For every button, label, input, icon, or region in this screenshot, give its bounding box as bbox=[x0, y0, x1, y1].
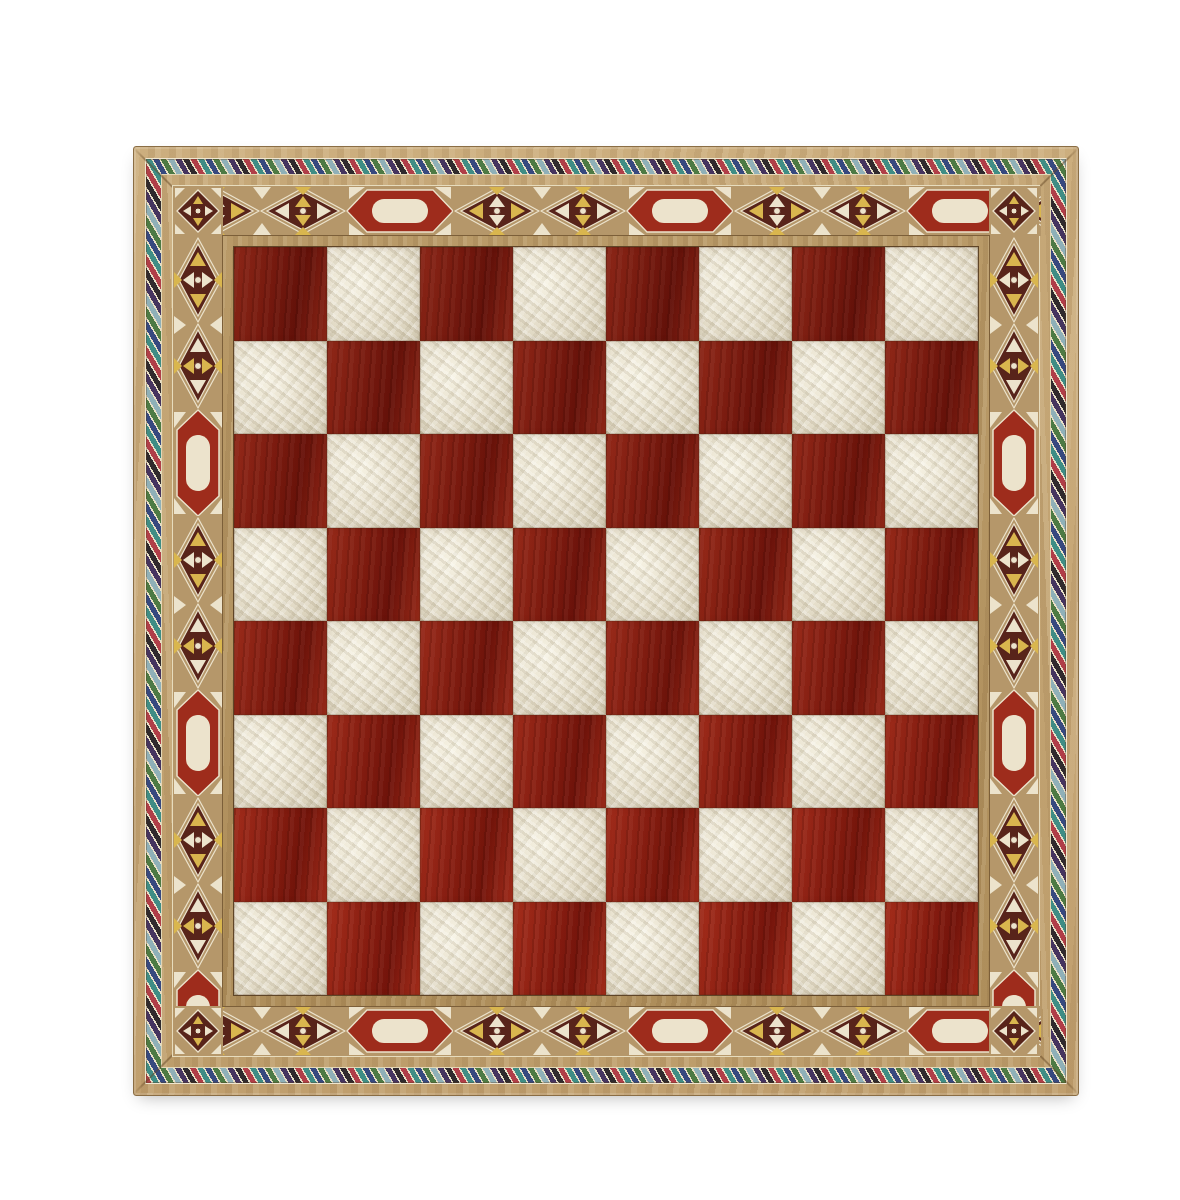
ornate-bottom-strip bbox=[173, 1006, 1041, 1056]
square-h1 bbox=[885, 902, 978, 996]
square-a8 bbox=[234, 247, 327, 341]
square-g3 bbox=[792, 715, 885, 809]
square-d4 bbox=[513, 621, 606, 715]
square-c7 bbox=[420, 341, 513, 435]
square-h3 bbox=[885, 715, 978, 809]
ornate-corner-motif bbox=[173, 1006, 223, 1056]
square-g2 bbox=[792, 808, 885, 902]
square-b1 bbox=[327, 902, 420, 996]
square-h7 bbox=[885, 341, 978, 435]
square-h4 bbox=[885, 621, 978, 715]
square-d6 bbox=[513, 434, 606, 528]
ornate-top-strip bbox=[173, 186, 1041, 236]
square-c3 bbox=[420, 715, 513, 809]
square-f3 bbox=[699, 715, 792, 809]
ornate-right-strip bbox=[989, 236, 1039, 1008]
square-c2 bbox=[420, 808, 513, 902]
square-f5 bbox=[699, 528, 792, 622]
square-c4 bbox=[420, 621, 513, 715]
square-c8 bbox=[420, 247, 513, 341]
square-a6 bbox=[234, 434, 327, 528]
board-grid bbox=[233, 246, 979, 996]
square-b7 bbox=[327, 341, 420, 435]
square-c6 bbox=[420, 434, 513, 528]
square-f1 bbox=[699, 902, 792, 996]
square-h5 bbox=[885, 528, 978, 622]
square-b3 bbox=[327, 715, 420, 809]
square-b4 bbox=[327, 621, 420, 715]
square-d1 bbox=[513, 902, 606, 996]
square-e7 bbox=[606, 341, 699, 435]
square-b5 bbox=[327, 528, 420, 622]
square-g8 bbox=[792, 247, 885, 341]
square-e2 bbox=[606, 808, 699, 902]
square-e4 bbox=[606, 621, 699, 715]
square-e3 bbox=[606, 715, 699, 809]
square-a3 bbox=[234, 715, 327, 809]
square-a2 bbox=[234, 808, 327, 902]
square-b6 bbox=[327, 434, 420, 528]
square-b8 bbox=[327, 247, 420, 341]
square-f8 bbox=[699, 247, 792, 341]
square-h8 bbox=[885, 247, 978, 341]
ornate-left-strip bbox=[173, 236, 223, 1008]
square-d2 bbox=[513, 808, 606, 902]
square-h6 bbox=[885, 434, 978, 528]
square-g1 bbox=[792, 902, 885, 996]
ornate-corner-motif bbox=[173, 186, 223, 236]
square-e8 bbox=[606, 247, 699, 341]
ornate-corner-motif bbox=[989, 1006, 1039, 1056]
square-g5 bbox=[792, 528, 885, 622]
square-a5 bbox=[234, 528, 327, 622]
square-c1 bbox=[420, 902, 513, 996]
square-d5 bbox=[513, 528, 606, 622]
square-a7 bbox=[234, 341, 327, 435]
square-f4 bbox=[699, 621, 792, 715]
square-d8 bbox=[513, 247, 606, 341]
square-c5 bbox=[420, 528, 513, 622]
square-f7 bbox=[699, 341, 792, 435]
square-g7 bbox=[792, 341, 885, 435]
square-d7 bbox=[513, 341, 606, 435]
square-f2 bbox=[699, 808, 792, 902]
square-g6 bbox=[792, 434, 885, 528]
square-e5 bbox=[606, 528, 699, 622]
square-f6 bbox=[699, 434, 792, 528]
square-b2 bbox=[327, 808, 420, 902]
square-e1 bbox=[606, 902, 699, 996]
square-g4 bbox=[792, 621, 885, 715]
ornate-corner-motif bbox=[989, 186, 1039, 236]
square-e6 bbox=[606, 434, 699, 528]
photo-background bbox=[0, 0, 1180, 1200]
square-a4 bbox=[234, 621, 327, 715]
chessboard bbox=[133, 146, 1079, 1096]
square-a1 bbox=[234, 902, 327, 996]
square-h2 bbox=[885, 808, 978, 902]
square-d3 bbox=[513, 715, 606, 809]
